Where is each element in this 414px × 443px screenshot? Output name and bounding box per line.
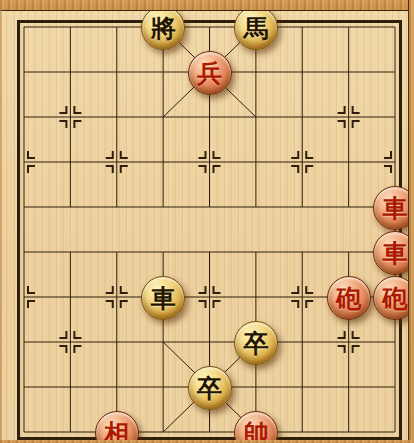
- pieces-layer: 將馬兵車車車砲砲卒卒相帥: [0, 0, 414, 443]
- piece-glyph: 車: [383, 241, 408, 266]
- piece-red-cannon-1[interactable]: 砲: [327, 276, 371, 320]
- frame-right-edge: [408, 0, 414, 443]
- piece-red-general[interactable]: 帥: [234, 411, 278, 443]
- piece-glyph: 車: [383, 196, 408, 221]
- piece-black-pawn-2[interactable]: 卒: [188, 366, 232, 410]
- piece-black-horse[interactable]: 馬: [234, 6, 278, 50]
- piece-glyph: 卒: [243, 331, 268, 356]
- piece-glyph: 馬: [243, 16, 268, 41]
- piece-red-pawn[interactable]: 兵: [188, 51, 232, 95]
- piece-black-pawn-1[interactable]: 卒: [234, 321, 278, 365]
- frame-left-edge: [0, 0, 2, 443]
- piece-glyph: 車: [151, 286, 176, 311]
- piece-glyph: 砲: [383, 286, 408, 311]
- piece-black-general[interactable]: 將: [141, 6, 185, 50]
- piece-red-elephant[interactable]: 相: [95, 411, 139, 443]
- piece-glyph: 卒: [197, 376, 222, 401]
- piece-glyph: 兵: [197, 61, 222, 86]
- piece-glyph: 將: [151, 16, 176, 41]
- piece-black-chariot[interactable]: 車: [141, 276, 185, 320]
- frame-top-edge: [0, 0, 414, 11]
- piece-glyph: 砲: [336, 286, 361, 311]
- xiangqi-board-window: 將馬兵車車車砲砲卒卒相帥: [0, 0, 414, 443]
